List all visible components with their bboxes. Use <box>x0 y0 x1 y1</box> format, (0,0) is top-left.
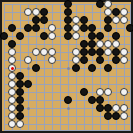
stone-black[interactable] <box>96 104 104 112</box>
stone-white[interactable] <box>48 24 56 32</box>
stone-black[interactable] <box>112 56 120 64</box>
stone-black[interactable] <box>88 96 96 104</box>
stone-white[interactable] <box>16 120 24 128</box>
stone-white[interactable] <box>24 56 32 64</box>
stone-black[interactable] <box>80 16 88 24</box>
stone-white[interactable] <box>72 16 80 24</box>
stone-white[interactable] <box>96 40 104 48</box>
stone-white[interactable] <box>104 8 112 16</box>
stone-black[interactable] <box>16 96 24 104</box>
stone-black[interactable] <box>64 24 72 32</box>
stone-black[interactable] <box>16 104 24 112</box>
stone-black[interactable] <box>32 64 40 72</box>
stone-white[interactable] <box>120 112 128 120</box>
stone-black[interactable] <box>112 112 120 120</box>
grid-line-horizontal <box>4 130 131 131</box>
stone-white[interactable] <box>72 32 80 40</box>
stone-white[interactable] <box>120 104 128 112</box>
stone-black[interactable] <box>16 80 24 88</box>
stone-white[interactable] <box>120 48 128 56</box>
stone-white[interactable] <box>104 48 112 56</box>
stone-white[interactable] <box>8 56 16 64</box>
stone-white[interactable] <box>48 48 56 56</box>
stone-black[interactable] <box>8 24 16 32</box>
stone-white[interactable] <box>120 16 128 24</box>
stone-black[interactable] <box>32 24 40 32</box>
stone-black[interactable] <box>16 112 24 120</box>
stone-black[interactable] <box>0 32 8 40</box>
stone-black[interactable] <box>24 24 32 32</box>
stone-black[interactable] <box>96 32 104 40</box>
stone-white[interactable] <box>8 48 16 56</box>
stone-black[interactable] <box>8 40 16 48</box>
stone-black[interactable] <box>88 40 96 48</box>
stone-black[interactable] <box>40 8 48 16</box>
stone-black[interactable] <box>80 88 88 96</box>
stone-black[interactable] <box>64 8 72 16</box>
stone-black[interactable] <box>72 64 80 72</box>
stone-white[interactable] <box>8 72 16 80</box>
stone-black[interactable] <box>88 48 96 56</box>
stone-black[interactable] <box>80 40 88 48</box>
stone-black[interactable] <box>80 48 88 56</box>
stone-white[interactable] <box>48 32 56 40</box>
stone-black[interactable] <box>104 64 112 72</box>
stone-white[interactable] <box>8 64 16 72</box>
stone-white[interactable] <box>120 88 128 96</box>
star-point <box>27 107 30 110</box>
stone-white[interactable] <box>104 0 112 8</box>
stone-white[interactable] <box>104 88 112 96</box>
stone-white[interactable] <box>8 104 16 112</box>
stone-black[interactable] <box>104 16 112 24</box>
stone-white[interactable] <box>40 48 48 56</box>
stone-black[interactable] <box>64 32 72 40</box>
stone-white[interactable] <box>120 8 128 16</box>
stone-black[interactable] <box>16 32 24 40</box>
stone-black[interactable] <box>96 48 104 56</box>
star-point <box>67 67 70 70</box>
stone-white[interactable] <box>24 8 32 16</box>
stone-black[interactable] <box>88 32 96 40</box>
star-point <box>67 107 70 110</box>
stone-white[interactable] <box>72 24 80 32</box>
stone-black[interactable] <box>112 8 120 16</box>
stone-black[interactable] <box>16 88 24 96</box>
stone-white[interactable] <box>120 56 128 64</box>
stone-white[interactable] <box>104 40 112 48</box>
stone-white[interactable] <box>112 104 120 112</box>
screenshot-frame <box>0 0 133 133</box>
stone-black[interactable] <box>126 24 133 32</box>
stone-white[interactable] <box>8 80 16 88</box>
go-board[interactable] <box>0 0 133 133</box>
stone-black[interactable] <box>104 24 112 32</box>
stone-black[interactable] <box>96 0 104 8</box>
stone-white[interactable] <box>48 56 56 64</box>
stone-black[interactable] <box>64 96 72 104</box>
stone-white[interactable] <box>8 120 16 128</box>
stone-black[interactable] <box>104 104 112 112</box>
stone-black[interactable] <box>104 112 112 120</box>
stone-white[interactable] <box>96 88 104 96</box>
stone-black[interactable] <box>112 32 120 40</box>
stone-black[interactable] <box>40 16 48 24</box>
stone-black[interactable] <box>112 48 120 56</box>
stone-black[interactable] <box>64 16 72 24</box>
star-point <box>27 67 30 70</box>
stone-black[interactable] <box>80 24 88 32</box>
stone-white[interactable] <box>32 48 40 56</box>
stone-black[interactable] <box>16 72 24 80</box>
stone-black[interactable] <box>24 80 32 88</box>
stone-black[interactable] <box>88 24 96 32</box>
stone-white[interactable] <box>8 88 16 96</box>
stone-white[interactable] <box>72 48 80 56</box>
stone-black[interactable] <box>96 96 104 104</box>
stone-white[interactable] <box>8 96 16 104</box>
stone-black[interactable] <box>96 56 104 64</box>
stone-white[interactable] <box>32 8 40 16</box>
stone-white[interactable] <box>112 16 120 24</box>
stone-black[interactable] <box>32 16 40 24</box>
last-move-marker <box>11 67 14 70</box>
stone-black[interactable] <box>40 32 48 40</box>
stone-white[interactable] <box>8 112 16 120</box>
stone-black[interactable] <box>64 0 72 8</box>
stone-white[interactable] <box>112 40 120 48</box>
stone-white[interactable] <box>72 56 80 64</box>
stone-black[interactable] <box>80 56 88 64</box>
stone-black[interactable] <box>88 64 96 72</box>
